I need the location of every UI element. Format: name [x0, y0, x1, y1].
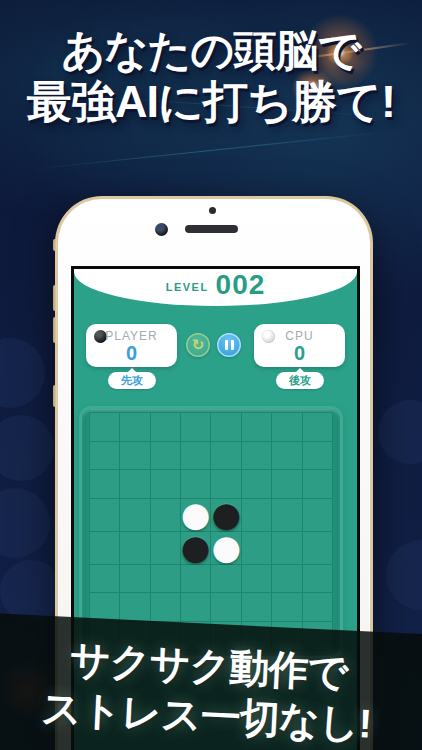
board-cell[interactable]: [90, 470, 119, 498]
board-cell[interactable]: [181, 413, 211, 441]
board-cell[interactable]: [211, 442, 241, 470]
board-cell[interactable]: [120, 499, 149, 531]
board-cell[interactable]: [272, 532, 301, 564]
bokeh-circle: [378, 400, 422, 464]
bokeh-circle: [386, 540, 422, 610]
board-cell[interactable]: [211, 413, 241, 441]
bokeh-circle: [0, 338, 45, 408]
network-line: [31, 131, 389, 170]
board-cell[interactable]: [242, 499, 271, 531]
headline-line2: 最強AIに打ち勝て!: [0, 76, 422, 128]
bokeh-circle: [0, 560, 62, 622]
board-cell[interactable]: [181, 442, 211, 470]
cpu-score: 0: [254, 343, 345, 363]
proximity-sensor-icon: [209, 207, 216, 214]
board-cell[interactable]: [151, 499, 180, 531]
board-cell[interactable]: [303, 593, 332, 621]
board-cell[interactable]: [303, 532, 332, 564]
board-cell[interactable]: [303, 413, 332, 441]
board-cell[interactable]: [120, 532, 149, 564]
player-score-panel: PLAYER 0: [86, 324, 177, 367]
board-cell[interactable]: [120, 442, 149, 470]
board-cell[interactable]: [151, 470, 180, 498]
board-cell[interactable]: [90, 532, 119, 564]
board-cell[interactable]: [120, 593, 149, 621]
board-cell[interactable]: [211, 565, 241, 593]
level-value: 002: [216, 271, 266, 299]
pause-button[interactable]: [217, 333, 241, 357]
board-cell[interactable]: [303, 470, 332, 498]
board-cell[interactable]: [120, 470, 149, 498]
board-cell[interactable]: [272, 565, 301, 593]
volume-up-button: [53, 285, 57, 311]
pause-icon: [225, 340, 234, 350]
board-cell[interactable]: [90, 442, 119, 470]
banner-text: サクサク動作で ストレス一切なし!: [0, 613, 421, 750]
board-cell[interactable]: [90, 413, 119, 441]
cpu-turn-badge: 後攻: [276, 372, 324, 389]
board-cell[interactable]: [272, 442, 301, 470]
board-cell[interactable]: [242, 442, 271, 470]
board-cell[interactable]: [303, 442, 332, 470]
board-cell[interactable]: [181, 593, 211, 621]
front-camera-icon: [155, 223, 168, 236]
board-cell[interactable]: [151, 565, 180, 593]
board-cell[interactable]: [272, 593, 301, 621]
board-cell[interactable]: ●: [211, 499, 241, 531]
board-cell[interactable]: ●: [211, 532, 241, 564]
bokeh-circle: [0, 415, 54, 481]
board-cell[interactable]: [242, 470, 271, 498]
board-cell[interactable]: [303, 499, 332, 531]
restart-button[interactable]: ↻: [186, 333, 210, 357]
volume-down-button: [53, 317, 57, 343]
board-cell[interactable]: [151, 442, 180, 470]
board-cell[interactable]: [272, 470, 301, 498]
board-cell[interactable]: [151, 532, 180, 564]
board-cell[interactable]: ●: [181, 532, 211, 564]
reversi-board: ●●●●: [89, 412, 333, 650]
cpu-score-panel: CPU 0: [254, 324, 345, 367]
board-cell[interactable]: [242, 532, 271, 564]
board-cell[interactable]: [272, 499, 301, 531]
level-label: LEVEL: [166, 281, 209, 293]
white-stone: ●: [211, 530, 241, 564]
screenshot-root: あなたの頭脳で 最強AIに打ち勝て! LEVEL 002 PLAYER 0: [0, 0, 422, 750]
restart-icon: ↻: [192, 338, 205, 353]
side-button: [53, 385, 57, 407]
board-cell[interactable]: [90, 593, 119, 621]
board-cell[interactable]: [242, 565, 271, 593]
mute-switch: [53, 239, 57, 251]
level-header: LEVEL 002: [74, 269, 357, 306]
player-name: PLAYER: [86, 329, 177, 343]
bottom-banner: サクサク動作で ストレス一切なし!: [0, 612, 422, 750]
black-stone: ●: [181, 530, 211, 564]
earpiece-speaker: [185, 225, 238, 233]
headline-line1: あなたの頭脳で: [0, 26, 422, 76]
board-cell[interactable]: [242, 593, 271, 621]
black-stone: ●: [211, 497, 241, 531]
board-cell[interactable]: [120, 565, 149, 593]
board-cell[interactable]: [211, 593, 241, 621]
board-cell[interactable]: [151, 593, 180, 621]
player-score: 0: [86, 343, 177, 363]
board-cell[interactable]: [242, 413, 271, 441]
board-cell[interactable]: [120, 413, 149, 441]
white-stone: ●: [181, 497, 211, 531]
app-headline: あなたの頭脳で 最強AIに打ち勝て!: [0, 26, 422, 128]
board-cell[interactable]: [90, 499, 119, 531]
board-cell[interactable]: [90, 565, 119, 593]
board-cell[interactable]: ●: [181, 499, 211, 531]
board-cell[interactable]: [151, 413, 180, 441]
board-cell[interactable]: [303, 565, 332, 593]
board-cell[interactable]: [181, 565, 211, 593]
cpu-name: CPU: [254, 329, 345, 343]
bokeh-circle: [0, 488, 50, 558]
board-cell[interactable]: [272, 413, 301, 441]
player-turn-badge: 先攻: [108, 372, 156, 389]
